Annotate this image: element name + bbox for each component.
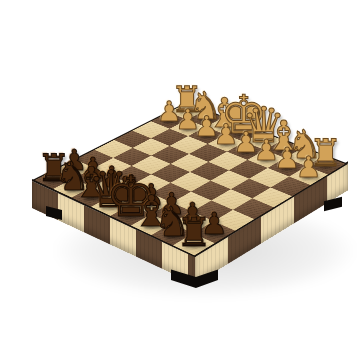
- piece-white-pawn-a2[interactable]: ♟: [295, 153, 321, 182]
- pieces-layer: ♜♞♟♝♟♚♟♛♟♝♟♞♟♜♟♟♟♟♜♟♞♟♝♟♛♟♚♟♝♟♞♜: [0, 0, 360, 360]
- piece-black-rook-a8[interactable]: ♜: [176, 213, 212, 253]
- chess-set-product-photo: chess ♜♞♟♝♟♚♟♛♟♝♟♞♟♜♟♟♟♟♜♟♞♟♝♟♛♟♚♟♝♟♞♜: [0, 0, 360, 360]
